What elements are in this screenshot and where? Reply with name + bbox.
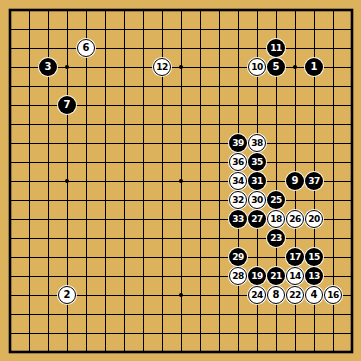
stone-23-black: 23: [267, 229, 285, 247]
move-number: 14: [289, 272, 301, 281]
move-number: 3: [45, 62, 52, 72]
stone-3-black: 3: [39, 58, 57, 76]
stone-11-black: 11: [267, 39, 285, 57]
stone-10-white: 10: [248, 58, 266, 76]
stone-34-white: 34: [229, 172, 247, 190]
stone-7-black: 7: [58, 96, 76, 114]
move-number: 18: [270, 215, 282, 224]
stone-17-black: 17: [286, 248, 304, 266]
move-number: 11: [270, 44, 282, 53]
stone-19-black: 19: [248, 267, 266, 285]
move-number: 10: [251, 63, 263, 72]
move-number: 30: [251, 196, 263, 205]
stone-33-black: 33: [229, 210, 247, 228]
move-number: 2: [64, 290, 71, 300]
move-number: 19: [251, 272, 263, 281]
move-number: 33: [232, 215, 244, 224]
move-number: 36: [232, 158, 244, 167]
stone-24-white: 24: [248, 286, 266, 304]
move-number: 9: [292, 176, 299, 186]
move-number: 21: [270, 272, 282, 281]
stone-21-black: 21: [267, 267, 285, 285]
move-number: 23: [270, 234, 282, 243]
stone-30-white: 30: [248, 191, 266, 209]
move-number: 5: [273, 62, 280, 72]
move-number: 16: [327, 291, 339, 300]
move-number: 31: [251, 177, 263, 186]
move-number: 25: [270, 196, 282, 205]
stone-12-white: 12: [153, 58, 171, 76]
move-number: 37: [308, 177, 320, 186]
stone-8-white: 8: [267, 286, 285, 304]
move-number: 7: [64, 100, 71, 110]
stone-20-white: 20: [305, 210, 323, 228]
move-number: 12: [156, 63, 168, 72]
stone-16-white: 16: [324, 286, 342, 304]
stone-2-white: 2: [58, 286, 76, 304]
move-number: 28: [232, 272, 244, 281]
stone-18-white: 18: [267, 210, 285, 228]
stone-22-white: 22: [286, 286, 304, 304]
stone-6-white: 6: [77, 39, 95, 57]
stone-37-black: 37: [305, 172, 323, 190]
stone-39-black: 39: [229, 134, 247, 152]
stone-32-white: 32: [229, 191, 247, 209]
stone-14-white: 14: [286, 267, 304, 285]
stone-26-white: 26: [286, 210, 304, 228]
move-number: 38: [251, 139, 263, 148]
move-number: 26: [289, 215, 301, 224]
stone-29-black: 29: [229, 248, 247, 266]
stone-13-black: 13: [305, 267, 323, 285]
move-number: 1: [311, 62, 318, 72]
move-number: 34: [232, 177, 244, 186]
stone-15-black: 15: [305, 248, 323, 266]
move-number: 4: [311, 290, 318, 300]
stone-9-black: 9: [286, 172, 304, 190]
stone-31-black: 31: [248, 172, 266, 190]
move-number: 6: [83, 43, 90, 53]
move-number: 15: [308, 253, 320, 262]
move-number: 13: [308, 272, 320, 281]
move-number: 24: [251, 291, 263, 300]
stone-28-white: 28: [229, 267, 247, 285]
stone-1-black: 1: [305, 58, 323, 76]
stone-25-black: 25: [267, 191, 285, 209]
move-number: 29: [232, 253, 244, 262]
stone-38-white: 38: [248, 134, 266, 152]
move-number: 35: [251, 158, 263, 167]
move-number: 8: [273, 290, 280, 300]
go-board[interactable]: 1234567891011121314151617181920212223242…: [0, 0, 361, 361]
move-number: 20: [308, 215, 320, 224]
stone-27-black: 27: [248, 210, 266, 228]
stones-layer: 1234567891011121314151617181920212223242…: [1, 1, 361, 361]
move-number: 27: [251, 215, 263, 224]
move-number: 32: [232, 196, 244, 205]
move-number: 22: [289, 291, 301, 300]
stone-5-black: 5: [267, 58, 285, 76]
move-number: 39: [232, 139, 244, 148]
move-number: 17: [289, 253, 301, 262]
stone-35-black: 35: [248, 153, 266, 171]
stone-36-white: 36: [229, 153, 247, 171]
stone-4-white: 4: [305, 286, 323, 304]
